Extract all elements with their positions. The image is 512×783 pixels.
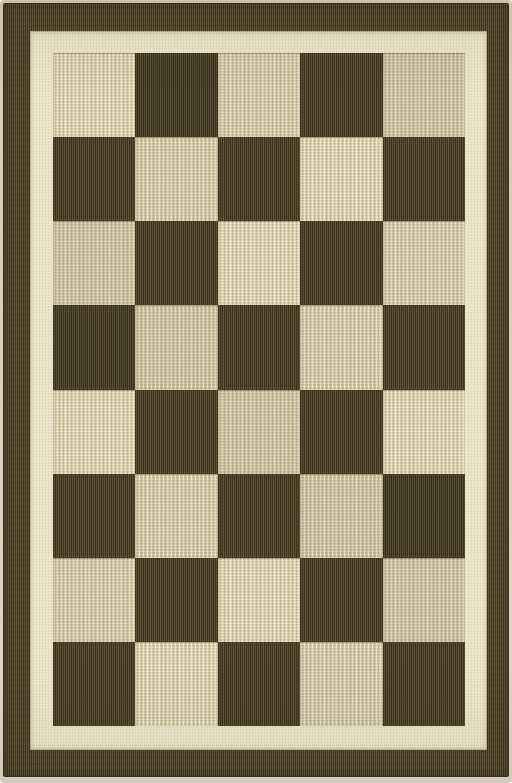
square-r7c5-light [383, 558, 465, 642]
checkerboard-rug [0, 0, 512, 783]
square-r8c2-light [135, 642, 217, 726]
square-r6c3-dark [218, 474, 300, 558]
square-r2c2-light [135, 137, 217, 221]
square-r1c2-dark [135, 53, 217, 137]
square-r7c3-light [218, 558, 300, 642]
square-r6c1-dark [53, 474, 135, 558]
square-r1c3-light [218, 53, 300, 137]
square-r4c5-dark [383, 305, 465, 389]
square-r7c2-dark [135, 558, 217, 642]
square-r8c5-dark [383, 642, 465, 726]
square-r3c4-dark [300, 221, 382, 305]
checkerboard-field [53, 53, 465, 726]
square-r2c1-dark [53, 137, 135, 221]
square-r5c3-light [218, 390, 300, 474]
square-r3c2-dark [135, 221, 217, 305]
square-r8c1-dark [53, 642, 135, 726]
square-r2c3-dark [218, 137, 300, 221]
square-r7c1-light [53, 558, 135, 642]
square-r1c5-light [383, 53, 465, 137]
square-r4c4-light [300, 305, 382, 389]
square-r4c1-dark [53, 305, 135, 389]
square-r3c5-light [383, 221, 465, 305]
square-r8c4-light [300, 642, 382, 726]
square-r8c3-dark [218, 642, 300, 726]
square-r6c5-dark [383, 474, 465, 558]
square-r4c2-light [135, 305, 217, 389]
square-r1c4-dark [300, 53, 382, 137]
square-r1c1-light [53, 53, 135, 137]
square-r6c2-light [135, 474, 217, 558]
square-r3c1-light [53, 221, 135, 305]
square-r5c1-light [53, 390, 135, 474]
square-r5c5-light [383, 390, 465, 474]
square-r5c2-dark [135, 390, 217, 474]
rug-inner-frame [30, 31, 487, 750]
square-r4c3-dark [218, 305, 300, 389]
square-r5c4-dark [300, 390, 382, 474]
square-r2c4-light [300, 137, 382, 221]
square-r6c4-light [300, 474, 382, 558]
square-r3c3-light [218, 221, 300, 305]
square-r2c5-dark [383, 137, 465, 221]
rug-outer-border [3, 3, 509, 777]
square-r7c4-dark [300, 558, 382, 642]
